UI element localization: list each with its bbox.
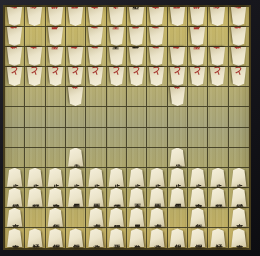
square-h6[interactable] (147, 107, 167, 127)
square-i5[interactable]: 酔象 (168, 87, 188, 107)
square-f8[interactable] (107, 148, 127, 168)
piece-kanji: 香車 (6, 228, 23, 247)
square-k8[interactable] (208, 148, 228, 168)
piece-飛鹿-h2[interactable]: 飛鹿 (148, 27, 165, 46)
square-j7[interactable] (188, 128, 208, 148)
square-g2[interactable]: 獅子 (127, 27, 147, 47)
piece-奔猪-l3[interactable]: 奔猪 (230, 47, 247, 66)
piece-kanji: 鯨鯢 (230, 27, 247, 46)
square-h2[interactable]: 飛鹿 (147, 27, 167, 47)
square-i11[interactable] (168, 208, 188, 228)
piece-龍王-j3[interactable]: 龍王 (189, 47, 206, 66)
square-i10[interactable]: 龍馬 (168, 188, 188, 208)
piece-kanji: 猛豹 (209, 228, 226, 247)
piece-白駒-l1[interactable]: 白駒 (230, 7, 247, 26)
piece-龍王-h10[interactable]: 龍王 (148, 188, 165, 207)
piece-竪行-d1[interactable]: 竪行 (67, 7, 84, 26)
square-c12[interactable]: 銅将 (46, 228, 66, 248)
square-h11[interactable]: 盲虎 (147, 208, 167, 228)
piece-龍馬-c2[interactable]: 龍馬 (47, 27, 64, 46)
piece-kanji: 反車 (6, 208, 23, 227)
piece-歩兵-j9[interactable]: 歩兵 (189, 168, 206, 187)
piece-奔王-g10[interactable]: 奔王 (128, 188, 145, 207)
square-j8[interactable] (188, 148, 208, 168)
piece-と-g4[interactable]: と (128, 67, 145, 86)
square-c10[interactable]: 飛車 (46, 188, 66, 208)
square-i4[interactable]: と (168, 67, 188, 87)
piece-と-a4[interactable]: と (6, 67, 23, 86)
square-h10[interactable]: 龍王 (147, 188, 167, 208)
piece-kanji: 飛車 (47, 188, 64, 207)
square-k7[interactable] (208, 128, 228, 148)
piece-kanji: と (108, 67, 125, 86)
square-d5[interactable]: 酔象 (66, 87, 86, 107)
square-f10[interactable]: 獅子 (107, 188, 127, 208)
piece-龍馬-d10[interactable]: 龍馬 (67, 188, 84, 207)
square-f5[interactable] (107, 87, 127, 107)
square-j11[interactable]: 角行 (188, 208, 208, 228)
square-l9[interactable]: 歩兵 (229, 168, 249, 188)
piece-kanji: 銅将 (47, 228, 64, 247)
piece-飛牛-b3[interactable]: 飛牛 (26, 47, 43, 66)
piece-鯨鯢-a2[interactable]: 鯨鯢 (6, 27, 23, 46)
piece-猛豹-k12[interactable]: 猛豹 (209, 228, 226, 247)
square-g1[interactable]: 王将 (127, 7, 147, 27)
square-c5[interactable] (46, 87, 66, 107)
square-i9[interactable]: 歩兵 (168, 168, 188, 188)
piece-kanji: 玉将 (108, 228, 125, 247)
piece-kanji: 竪行 (209, 188, 226, 207)
square-f3[interactable]: 奔王 (107, 47, 127, 67)
piece-kanji: と (47, 67, 64, 86)
piece-歩兵-h9[interactable]: 歩兵 (148, 168, 165, 187)
piece-太子-f1[interactable]: 太子 (108, 7, 125, 26)
square-a4[interactable]: と (5, 67, 25, 87)
square-a1[interactable]: 白駒 (5, 7, 25, 27)
square-b10[interactable]: 竪行 (25, 188, 45, 208)
square-k5[interactable] (208, 87, 228, 107)
piece-歩兵-l9[interactable]: 歩兵 (230, 168, 247, 187)
piece-kanji: と (189, 67, 206, 86)
piece-角行-k1[interactable]: 角行 (209, 7, 226, 26)
square-l10[interactable]: 横行 (229, 188, 249, 208)
piece-kanji: 奔王 (108, 47, 125, 66)
square-j6[interactable] (188, 107, 208, 127)
piece-横行-a10[interactable]: 横行 (6, 188, 23, 207)
square-h8[interactable] (147, 148, 167, 168)
piece-と-e4[interactable]: と (87, 67, 104, 86)
piece-奔王-f3[interactable]: 奔王 (108, 47, 125, 66)
square-l4[interactable]: と (229, 67, 249, 87)
piece-kanji: 盲虎 (87, 208, 104, 227)
piece-kanji: 歩兵 (26, 168, 43, 187)
square-e2[interactable]: 飛鹿 (86, 27, 106, 47)
piece-kanji: 猛豹 (26, 228, 43, 247)
piece-鳳凰-g11[interactable]: 鳳凰 (128, 208, 145, 227)
square-k1[interactable]: 角行 (208, 7, 228, 27)
square-g10[interactable]: 奔王 (127, 188, 147, 208)
piece-獅子-g2[interactable]: 獅子 (128, 27, 145, 46)
square-k11[interactable] (208, 208, 228, 228)
piece-横行-c1[interactable]: 横行 (47, 7, 64, 26)
piece-龍馬-j2[interactable]: 龍馬 (189, 27, 206, 46)
square-j9[interactable]: 歩兵 (188, 168, 208, 188)
square-d10[interactable]: 龍馬 (66, 188, 86, 208)
piece-猛豹-b12[interactable]: 猛豹 (26, 228, 43, 247)
square-g12[interactable]: 酔象 (127, 228, 147, 248)
square-h5[interactable] (147, 87, 167, 107)
square-c7[interactable] (46, 128, 66, 148)
square-g3[interactable]: 獅子 (127, 47, 147, 67)
square-d7[interactable] (66, 128, 86, 148)
square-g7[interactable] (127, 128, 147, 148)
piece-と-h4[interactable]: と (148, 67, 165, 86)
piece-仲人-i8[interactable]: 仲人 (169, 148, 186, 167)
square-f9[interactable]: 歩兵 (107, 168, 127, 188)
piece-飛車-e1[interactable]: 飛車 (87, 7, 104, 26)
piece-歩兵-e9[interactable]: 歩兵 (87, 168, 104, 187)
piece-kanji: 反車 (230, 208, 247, 227)
square-l8[interactable] (229, 148, 249, 168)
piece-kanji: 歩兵 (169, 168, 186, 187)
square-i3[interactable]: 角鷹 (168, 47, 188, 67)
square-h7[interactable] (147, 128, 167, 148)
square-c4[interactable]: と (46, 67, 66, 87)
piece-酔象-i5[interactable]: 酔象 (169, 87, 186, 106)
piece-と-i4[interactable]: と (169, 67, 186, 86)
square-i6[interactable] (168, 107, 188, 127)
piece-kanji: 龍馬 (47, 27, 64, 46)
piece-と-k4[interactable]: と (209, 67, 226, 86)
piece-kanji: 仲人 (67, 148, 84, 167)
square-h1[interactable]: 飛車 (147, 7, 167, 27)
square-e6[interactable] (86, 107, 106, 127)
square-k9[interactable]: 歩兵 (208, 168, 228, 188)
square-h12[interactable]: 金将 (147, 228, 167, 248)
piece-銅将-j12[interactable]: 銅将 (189, 228, 206, 247)
piece-飛車-j10[interactable]: 飛車 (189, 188, 206, 207)
piece-反車-a11[interactable]: 反車 (6, 208, 23, 227)
piece-鯨鯢-l2[interactable]: 鯨鯢 (230, 27, 247, 46)
piece-飛牛-k3[interactable]: 飛牛 (209, 47, 226, 66)
piece-と-l4[interactable]: と (230, 67, 247, 86)
piece-飛車-h1[interactable]: 飛車 (148, 7, 165, 26)
square-l3[interactable]: 奔猪 (229, 47, 249, 67)
piece-kanji: 歩兵 (209, 168, 226, 187)
piece-竪行-i1[interactable]: 竪行 (169, 7, 186, 26)
piece-kanji: 角鷹 (169, 47, 186, 66)
piece-銀将-d12[interactable]: 銀将 (67, 228, 84, 247)
piece-横行-j1[interactable]: 横行 (189, 7, 206, 26)
piece-kanji: と (26, 67, 43, 86)
piece-奔猪-a3[interactable]: 奔猪 (6, 47, 23, 66)
piece-角鷹-i3[interactable]: 角鷹 (169, 47, 186, 66)
piece-kanji: 角鷹 (67, 47, 84, 66)
piece-kanji: と (87, 67, 104, 86)
square-a12[interactable]: 香車 (5, 228, 25, 248)
piece-kanji: 歩兵 (148, 168, 165, 187)
piece-金将-e12[interactable]: 金将 (87, 228, 104, 247)
piece-kanji: 太子 (108, 7, 125, 26)
square-b2[interactable] (25, 27, 45, 47)
piece-kanji: 角行 (26, 7, 43, 26)
piece-歩兵-i9[interactable]: 歩兵 (169, 168, 186, 187)
square-e12[interactable]: 金将 (86, 228, 106, 248)
piece-龍王-e10[interactable]: 龍王 (87, 188, 104, 207)
square-f4[interactable]: と (107, 67, 127, 87)
square-k3[interactable]: 飛牛 (208, 47, 228, 67)
square-f1[interactable]: 太子 (107, 7, 127, 27)
square-f12[interactable]: 玉将 (107, 228, 127, 248)
piece-kanji: 歩兵 (6, 168, 23, 187)
square-c1[interactable]: 横行 (46, 7, 66, 27)
square-h4[interactable]: と (147, 67, 167, 87)
square-d2[interactable] (66, 27, 86, 47)
square-a11[interactable]: 反車 (5, 208, 25, 228)
piece-酔象-g12[interactable]: 酔象 (128, 228, 145, 247)
piece-kanji: と (169, 67, 186, 86)
piece-kanji: 歩兵 (108, 168, 125, 187)
piece-盲虎-h11[interactable]: 盲虎 (148, 208, 165, 227)
piece-kanji: 金将 (87, 228, 104, 247)
piece-kanji: 横行 (189, 7, 206, 26)
square-g11[interactable]: 鳳凰 (127, 208, 147, 228)
piece-kanji: 酔象 (169, 87, 186, 106)
square-d1[interactable]: 竪行 (66, 7, 86, 27)
piece-龍王-c3[interactable]: 龍王 (47, 47, 64, 66)
square-e7[interactable] (86, 128, 106, 148)
square-e10[interactable]: 龍王 (86, 188, 106, 208)
square-j2[interactable]: 龍馬 (188, 27, 208, 47)
piece-飛鹿-e2[interactable]: 飛鹿 (87, 27, 104, 46)
square-b5[interactable] (25, 87, 45, 107)
square-e1[interactable]: 飛車 (86, 7, 106, 27)
square-b8[interactable] (25, 148, 45, 168)
piece-kanji: 飛鹿 (87, 27, 104, 46)
piece-kanji: 龍王 (87, 188, 104, 207)
piece-と-j4[interactable]: と (189, 67, 206, 86)
piece-酔象-d5[interactable]: 酔象 (67, 87, 84, 106)
square-a9[interactable]: 歩兵 (5, 168, 25, 188)
square-g8[interactable] (127, 148, 147, 168)
square-g5[interactable] (127, 87, 147, 107)
piece-横行-l10[interactable]: 横行 (230, 188, 247, 207)
square-g6[interactable] (127, 107, 147, 127)
square-e11[interactable]: 盲虎 (86, 208, 106, 228)
square-c11[interactable]: 角行 (46, 208, 66, 228)
square-f2[interactable]: 奔王 (107, 27, 127, 47)
square-e8[interactable] (86, 148, 106, 168)
square-k2[interactable] (208, 27, 228, 47)
square-h3[interactable]: 飛鷲 (147, 47, 167, 67)
piece-kanji: 歩兵 (189, 168, 206, 187)
square-k10[interactable]: 竪行 (208, 188, 228, 208)
square-l5[interactable] (229, 87, 249, 107)
piece-kanji: 王将 (128, 7, 145, 26)
piece-kanji: 飛鹿 (148, 27, 165, 46)
square-c3[interactable]: 龍王 (46, 47, 66, 67)
square-a2[interactable]: 鯨鯢 (5, 27, 25, 47)
square-c6[interactable] (46, 107, 66, 127)
square-b3[interactable]: 飛牛 (25, 47, 45, 67)
square-c2[interactable]: 龍馬 (46, 27, 66, 47)
piece-歩兵-f9[interactable]: 歩兵 (108, 168, 125, 187)
piece-kanji: 歩兵 (47, 168, 64, 187)
square-l6[interactable] (229, 107, 249, 127)
square-i1[interactable]: 竪行 (168, 7, 188, 27)
square-d12[interactable]: 銀将 (66, 228, 86, 248)
piece-金将-h12[interactable]: 金将 (148, 228, 165, 247)
square-j12[interactable]: 銅将 (188, 228, 208, 248)
square-i2[interactable] (168, 27, 188, 47)
square-b6[interactable] (25, 107, 45, 127)
square-l7[interactable] (229, 128, 249, 148)
piece-歩兵-a9[interactable]: 歩兵 (6, 168, 23, 187)
piece-kanji: 龍馬 (67, 188, 84, 207)
piece-王将-g1[interactable]: 王将 (128, 7, 145, 26)
piece-kanji: 獅子 (128, 47, 145, 66)
piece-龍馬-i10[interactable]: 龍馬 (169, 188, 186, 207)
piece-kanji: 歩兵 (128, 168, 145, 187)
square-e5[interactable] (86, 87, 106, 107)
square-b9[interactable]: 歩兵 (25, 168, 45, 188)
piece-香車-a12[interactable]: 香車 (6, 228, 23, 247)
piece-角鷹-d3[interactable]: 角鷹 (67, 47, 84, 66)
piece-kanji: 白駒 (6, 7, 23, 26)
piece-銅将-c12[interactable]: 銅将 (47, 228, 64, 247)
square-k4[interactable]: と (208, 67, 228, 87)
piece-kanji: 龍馬 (189, 27, 206, 46)
square-d6[interactable] (66, 107, 86, 127)
piece-奔王-f2[interactable]: 奔王 (108, 27, 125, 46)
piece-kanji: 白駒 (230, 7, 247, 26)
piece-kanji: 奔王 (128, 188, 145, 207)
piece-竪行-b10[interactable]: 竪行 (26, 188, 43, 207)
piece-歩兵-k9[interactable]: 歩兵 (209, 168, 226, 187)
square-h9[interactable]: 歩兵 (147, 168, 167, 188)
square-d3[interactable]: 角鷹 (66, 47, 86, 67)
piece-kanji: 奔猪 (6, 47, 23, 66)
square-g9[interactable]: 歩兵 (127, 168, 147, 188)
square-a3[interactable]: 奔猪 (5, 47, 25, 67)
piece-香車-l12[interactable]: 香車 (230, 228, 247, 247)
square-e3[interactable]: 飛鷲 (86, 47, 106, 67)
piece-kanji: 竪行 (67, 7, 84, 26)
piece-kanji: 竪行 (26, 188, 43, 207)
square-f7[interactable] (107, 128, 127, 148)
piece-kanji: と (230, 67, 247, 86)
square-a8[interactable] (5, 148, 25, 168)
piece-kanji: 龍王 (148, 188, 165, 207)
square-a7[interactable] (5, 128, 25, 148)
piece-角行-j11[interactable]: 角行 (189, 208, 206, 227)
square-l1[interactable]: 白駒 (229, 7, 249, 27)
piece-玉将-f12[interactable]: 玉将 (108, 228, 125, 247)
piece-反車-l11[interactable]: 反車 (230, 208, 247, 227)
square-b11[interactable] (25, 208, 45, 228)
piece-飛鷲-e3[interactable]: 飛鷲 (87, 47, 104, 66)
piece-kanji: 獅子 (128, 27, 145, 46)
piece-竪行-k10[interactable]: 竪行 (209, 188, 226, 207)
square-i12[interactable]: 銀将 (168, 228, 188, 248)
square-e4[interactable]: と (86, 67, 106, 87)
square-k6[interactable] (208, 107, 228, 127)
square-a10[interactable]: 横行 (5, 188, 25, 208)
square-l2[interactable]: 鯨鯢 (229, 27, 249, 47)
piece-歩兵-c9[interactable]: 歩兵 (47, 168, 64, 187)
piece-仲人-d8[interactable]: 仲人 (67, 148, 84, 167)
piece-盲虎-e11[interactable]: 盲虎 (87, 208, 104, 227)
chu-shogi-photo: 白駒角行横行竪行飛車太子王将飛車竪行横行角行白駒鯨鯢龍馬飛鹿奔王獅子飛鹿龍馬鯨鯢… (0, 0, 260, 256)
piece-kanji: 奔王 (108, 27, 125, 46)
square-j10[interactable]: 飛車 (188, 188, 208, 208)
square-k12[interactable]: 猛豹 (208, 228, 228, 248)
piece-と-b4[interactable]: と (26, 67, 43, 86)
piece-kanji: 金将 (148, 228, 165, 247)
piece-kanji: 銀将 (67, 228, 84, 247)
piece-飛車-c10[interactable]: 飛車 (47, 188, 64, 207)
square-a6[interactable] (5, 107, 25, 127)
piece-角行-c11[interactable]: 角行 (47, 208, 64, 227)
piece-と-d4[interactable]: と (67, 67, 84, 86)
square-d11[interactable] (66, 208, 86, 228)
piece-角行-b1[interactable]: 角行 (26, 7, 43, 26)
piece-kanji: 龍王 (189, 47, 206, 66)
piece-銀将-i12[interactable]: 銀将 (169, 228, 186, 247)
square-d8[interactable]: 仲人 (66, 148, 86, 168)
square-d9[interactable]: 歩兵 (66, 168, 86, 188)
square-e9[interactable]: 歩兵 (86, 168, 106, 188)
piece-歩兵-g9[interactable]: 歩兵 (128, 168, 145, 187)
piece-歩兵-d9[interactable]: 歩兵 (67, 168, 84, 187)
piece-kanji: 飛牛 (26, 47, 43, 66)
square-a5[interactable] (5, 87, 25, 107)
square-i8[interactable]: 仲人 (168, 148, 188, 168)
square-b7[interactable] (25, 128, 45, 148)
square-l12[interactable]: 香車 (229, 228, 249, 248)
square-g4[interactable]: と (127, 67, 147, 87)
piece-kanji: 銀将 (169, 228, 186, 247)
square-f6[interactable] (107, 107, 127, 127)
piece-と-f4[interactable]: と (108, 67, 125, 86)
square-b1[interactable]: 角行 (25, 7, 45, 27)
square-j5[interactable] (188, 87, 208, 107)
piece-kanji: 歩兵 (87, 168, 104, 187)
piece-kanji: 奔猪 (230, 47, 247, 66)
square-j1[interactable]: 横行 (188, 7, 208, 27)
square-b4[interactable]: と (25, 67, 45, 87)
piece-獅子-g3[interactable]: 獅子 (128, 47, 145, 66)
square-l11[interactable]: 反車 (229, 208, 249, 228)
square-b12[interactable]: 猛豹 (25, 228, 45, 248)
piece-kanji: 竪行 (169, 7, 186, 26)
piece-獅子-f10[interactable]: 獅子 (108, 188, 125, 207)
piece-麒麟-f11[interactable]: 麒麟 (108, 208, 125, 227)
piece-歩兵-b9[interactable]: 歩兵 (26, 168, 43, 187)
piece-と-c4[interactable]: と (47, 67, 64, 86)
piece-白駒-a1[interactable]: 白駒 (6, 7, 23, 26)
square-f11[interactable]: 麒麟 (107, 208, 127, 228)
piece-飛鷲-h3[interactable]: 飛鷲 (148, 47, 165, 66)
square-j3[interactable]: 龍王 (188, 47, 208, 67)
square-i7[interactable] (168, 128, 188, 148)
piece-kanji: 銅将 (189, 228, 206, 247)
square-j4[interactable]: と (188, 67, 208, 87)
square-c9[interactable]: 歩兵 (46, 168, 66, 188)
square-c8[interactable] (46, 148, 66, 168)
square-d4[interactable]: と (66, 67, 86, 87)
piece-kanji: 麒麟 (108, 208, 125, 227)
